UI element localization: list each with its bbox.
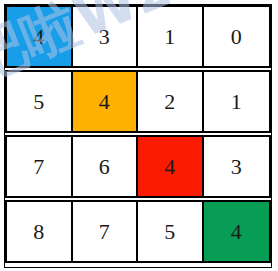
grid-cell-r3c1: 7 bbox=[73, 202, 139, 261]
grid-cell-r2c1: 6 bbox=[73, 137, 139, 196]
number-grid-board: 4 3 1 0 5 4 2 1 7 6 4 3 8 7 5 4 bbox=[4, 4, 272, 268]
grid-row-0: 4 3 1 0 bbox=[5, 5, 271, 68]
grid-cell-r0c2: 1 bbox=[138, 7, 204, 66]
grid-row-3: 8 7 5 4 bbox=[5, 200, 271, 263]
grid-cell-r0c3: 0 bbox=[204, 7, 270, 66]
grid-row-2: 7 6 4 3 bbox=[5, 135, 271, 198]
grid-cell-r2c3: 3 bbox=[204, 137, 270, 196]
grid-cell-r2c2: 4 bbox=[138, 137, 204, 196]
grid-cell-r0c0: 4 bbox=[7, 7, 73, 66]
grid-cell-r0c1: 3 bbox=[73, 7, 139, 66]
grid-row-1: 5 4 2 1 bbox=[5, 70, 271, 133]
grid-cell-r1c2: 2 bbox=[138, 72, 204, 131]
grid-cell-r1c3: 1 bbox=[204, 72, 270, 131]
grid-cell-r3c3: 4 bbox=[204, 202, 270, 261]
grid-cell-r2c0: 7 bbox=[7, 137, 73, 196]
grid-cell-r3c0: 8 bbox=[7, 202, 73, 261]
page: 4 3 1 0 5 4 2 1 7 6 4 3 8 7 5 4 吧啦Wz bbox=[0, 0, 278, 271]
grid-cell-r1c1: 4 bbox=[73, 72, 139, 131]
grid-cell-r1c0: 5 bbox=[7, 72, 73, 131]
grid-cell-r3c2: 5 bbox=[138, 202, 204, 261]
